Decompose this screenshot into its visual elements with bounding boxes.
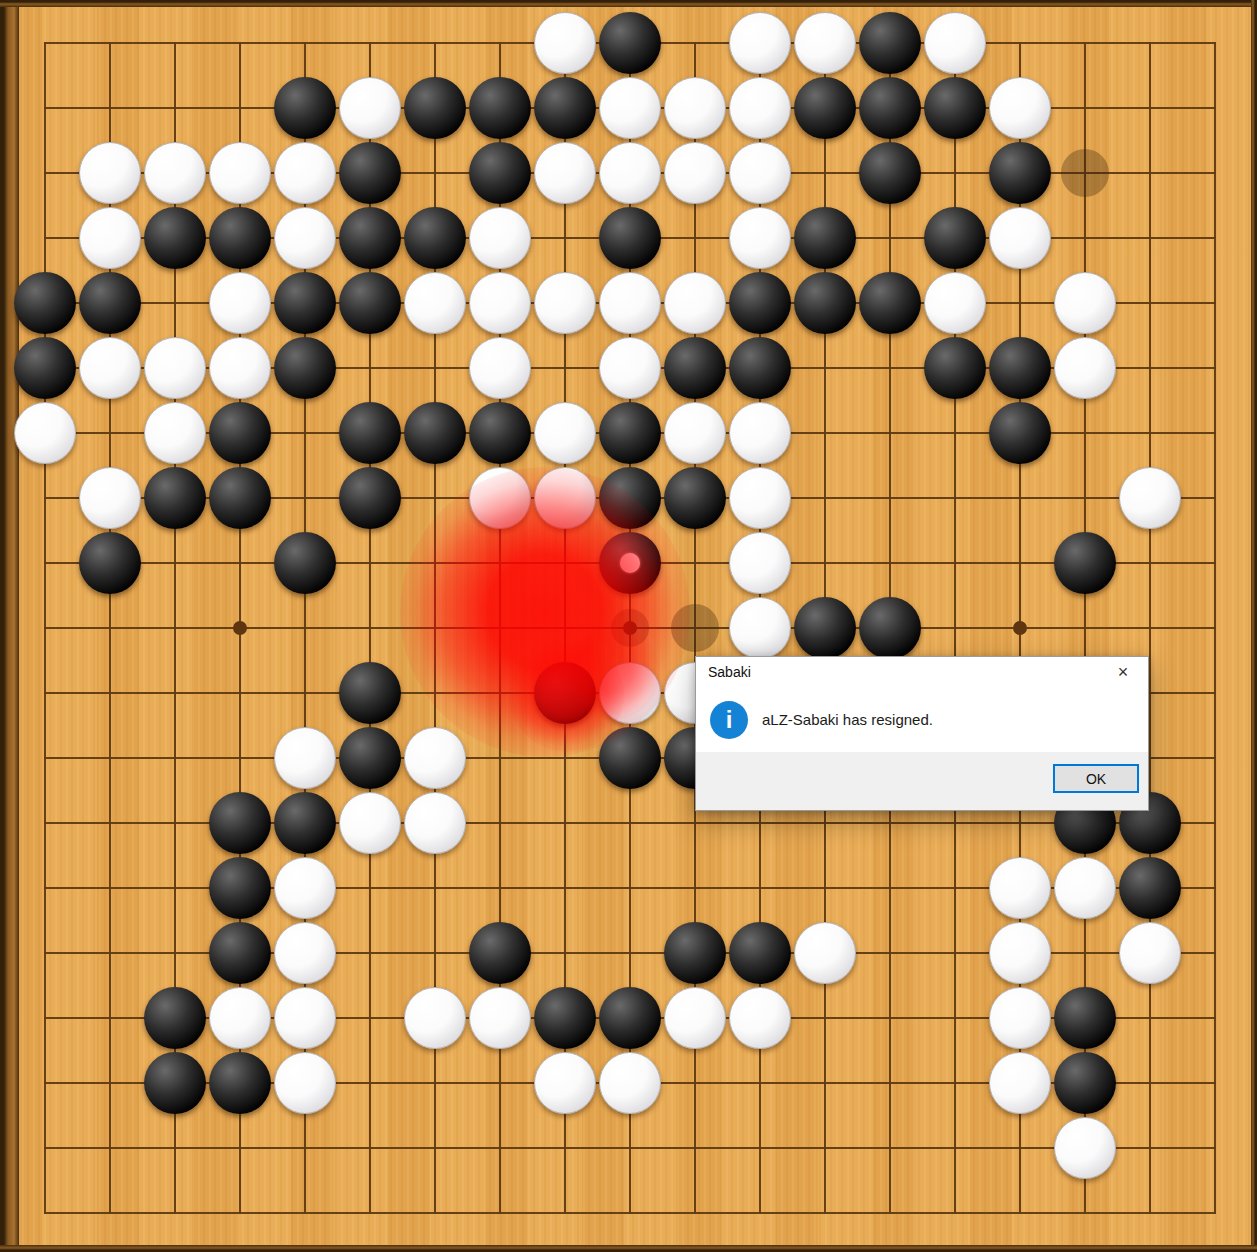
stone-black: ●: [209, 922, 271, 984]
stone-white: ○: [144, 337, 206, 399]
stone-black: ●: [599, 402, 661, 464]
stone-white: ○: [209, 337, 271, 399]
stone-black: ●: [534, 662, 596, 724]
stone-black: ●: [534, 987, 596, 1049]
stone-white: ○: [404, 987, 466, 1049]
stone-white: ○: [1054, 272, 1116, 334]
stone-white: ○: [1119, 922, 1181, 984]
stone-white: ○: [339, 792, 401, 854]
stone-white: ○: [729, 532, 791, 594]
stone-black: ●: [404, 77, 466, 139]
stone-white: ○: [534, 1052, 596, 1114]
ok-button[interactable]: OK: [1053, 764, 1139, 793]
close-icon[interactable]: ×: [1108, 660, 1138, 684]
stone-black: ●: [1054, 987, 1116, 1049]
stone-black: ●: [469, 402, 531, 464]
stone-white: ○: [534, 402, 596, 464]
stone-black: ●: [209, 402, 271, 464]
stone-black: ●: [339, 207, 401, 269]
stone-white: ○: [469, 272, 531, 334]
stone-white: ○: [209, 142, 271, 204]
dialog-title: Sabaki: [708, 664, 751, 680]
stone-black: ●: [924, 337, 986, 399]
board-frame-left: [0, 0, 19, 1252]
stone-black: ●: [859, 77, 921, 139]
sabaki-window: ○●○○●○●○●●●○○○●●●○○○○○●●○○○○●●○●●○●●○●○●…: [0, 0, 1257, 1252]
stone-black: ●: [469, 922, 531, 984]
stone-black: ●: [729, 337, 791, 399]
stone-white: ○: [729, 12, 791, 74]
stone-white: ○: [404, 792, 466, 854]
stone-white: ○: [599, 77, 661, 139]
stone-white: ○: [469, 987, 531, 1049]
stone-black: ●: [859, 597, 921, 659]
stone-white: ○: [924, 272, 986, 334]
stone-black: ●: [404, 402, 466, 464]
stone-black: ●: [209, 467, 271, 529]
stone-black: ●: [144, 987, 206, 1049]
stone-black: ●: [79, 272, 141, 334]
stone-white: ○: [209, 272, 271, 334]
stone-black: ●: [1054, 532, 1116, 594]
stone-black: ●: [339, 402, 401, 464]
stone-white: ○: [274, 1052, 336, 1114]
stone-black: ●: [144, 207, 206, 269]
stone-black: ●: [599, 207, 661, 269]
stone-white: ○: [989, 1052, 1051, 1114]
stone-white: ○: [599, 1052, 661, 1114]
stone-white: ○: [664, 402, 726, 464]
stone-white: ○: [599, 272, 661, 334]
stone-black: ●: [924, 207, 986, 269]
message-dialog: Sabaki × i aLZ-Sabaki has resigned. OK: [695, 656, 1149, 811]
stone-white: ○: [599, 142, 661, 204]
stone-white: ○: [274, 207, 336, 269]
stone-white: ○: [1119, 467, 1181, 529]
stone-black: ●: [859, 272, 921, 334]
ghost-stone: [1061, 149, 1109, 197]
stone-black: ●: [664, 922, 726, 984]
stone-white: ○: [729, 207, 791, 269]
stone-black: ●: [729, 272, 791, 334]
board-frame-right: [1251, 0, 1257, 1252]
stone-black: ●: [209, 792, 271, 854]
stone-white: ○: [989, 77, 1051, 139]
stone-white: ○: [989, 987, 1051, 1049]
stone-white: ○: [404, 272, 466, 334]
stone-white: ○: [274, 922, 336, 984]
stone-white: ○: [14, 402, 76, 464]
stone-black: ●: [989, 402, 1051, 464]
stone-black: ●: [794, 207, 856, 269]
stone-black: ●: [599, 467, 661, 529]
dialog-titlebar: Sabaki ×: [696, 657, 1148, 687]
stone-black: ●: [339, 662, 401, 724]
stone-black: ●: [209, 207, 271, 269]
stone-black: ●: [534, 77, 596, 139]
stone-white: ○: [79, 337, 141, 399]
stone-white: ○: [1054, 857, 1116, 919]
stone-white: ○: [989, 922, 1051, 984]
stone-black: ●: [404, 207, 466, 269]
stone-white: ○: [664, 142, 726, 204]
last-move-marker: [620, 553, 640, 573]
stone-white: ○: [469, 207, 531, 269]
stone-white: ○: [599, 662, 661, 724]
stone-black: ●: [144, 1052, 206, 1114]
stone-white: ○: [1054, 1117, 1116, 1179]
stone-black: ●: [274, 792, 336, 854]
dialog-message: aLZ-Sabaki has resigned.: [762, 711, 933, 728]
stone-black: ●: [274, 272, 336, 334]
stone-white: ○: [794, 922, 856, 984]
stone-black: ●: [209, 1052, 271, 1114]
ghost-stone: [671, 604, 719, 652]
stone-black: ●: [144, 467, 206, 529]
star-point: [233, 621, 247, 635]
star-point: [1013, 621, 1027, 635]
stone-black: ●: [989, 337, 1051, 399]
stone-black: ●: [469, 77, 531, 139]
stone-white: ○: [79, 467, 141, 529]
stone-black: ●: [664, 467, 726, 529]
stone-white: ○: [534, 142, 596, 204]
stone-white: ○: [469, 337, 531, 399]
stone-white: ○: [664, 987, 726, 1049]
stone-black: ●: [924, 77, 986, 139]
stone-white: ○: [599, 337, 661, 399]
stone-black: ●: [339, 142, 401, 204]
stone-white: ○: [664, 77, 726, 139]
stone-black: ●: [794, 272, 856, 334]
stone-white: ○: [79, 207, 141, 269]
stone-white: ○: [729, 142, 791, 204]
stone-white: ○: [664, 272, 726, 334]
stone-white: ○: [729, 402, 791, 464]
board-frame-bottom: [0, 1245, 1257, 1252]
stone-white: ○: [534, 467, 596, 529]
stone-white: ○: [729, 597, 791, 659]
stone-black: ●: [794, 597, 856, 659]
stone-black: ●: [794, 77, 856, 139]
stone-black: ●: [339, 467, 401, 529]
dialog-body: i aLZ-Sabaki has resigned.: [696, 687, 1148, 754]
stone-black: ●: [1054, 1052, 1116, 1114]
stone-white: ○: [144, 402, 206, 464]
stone-white: ○: [469, 467, 531, 529]
dialog-footer: OK: [696, 752, 1148, 810]
stone-black: ●: [729, 922, 791, 984]
stone-white: ○: [989, 207, 1051, 269]
stone-black: ●: [274, 532, 336, 594]
stone-white: ○: [924, 12, 986, 74]
info-icon: i: [710, 701, 748, 739]
stone-black: ●: [1119, 857, 1181, 919]
tengen-halo: [611, 609, 649, 647]
stone-black: ●: [599, 987, 661, 1049]
stone-black: ●: [339, 727, 401, 789]
stone-black: ●: [209, 857, 271, 919]
stone-black: ●: [859, 12, 921, 74]
stone-white: ○: [339, 77, 401, 139]
stone-white: ○: [729, 987, 791, 1049]
stone-white: ○: [144, 142, 206, 204]
stone-white: ○: [729, 77, 791, 139]
stone-white: ○: [209, 987, 271, 1049]
stone-white: ○: [274, 987, 336, 1049]
stone-black: ●: [14, 272, 76, 334]
stone-black: ●: [274, 77, 336, 139]
stone-white: ○: [1054, 337, 1116, 399]
stone-white: ○: [274, 727, 336, 789]
stone-white: ○: [534, 12, 596, 74]
board-frame-top: [0, 0, 1257, 7]
stone-white: ○: [729, 467, 791, 529]
stone-black: ●: [79, 532, 141, 594]
stone-white: ○: [404, 727, 466, 789]
stone-black: ●: [599, 727, 661, 789]
stone-black: ●: [339, 272, 401, 334]
stone-black: ●: [469, 142, 531, 204]
stone-black: ●: [274, 337, 336, 399]
stone-black: ●: [664, 337, 726, 399]
stone-white: ○: [989, 857, 1051, 919]
stone-black: ●: [989, 142, 1051, 204]
stone-black: ●: [14, 337, 76, 399]
stone-white: ○: [274, 857, 336, 919]
stone-white: ○: [794, 12, 856, 74]
stone-white: ○: [79, 142, 141, 204]
stone-white: ○: [534, 272, 596, 334]
stone-black: ●: [599, 12, 661, 74]
stone-white: ○: [274, 142, 336, 204]
stone-black: ●: [859, 142, 921, 204]
